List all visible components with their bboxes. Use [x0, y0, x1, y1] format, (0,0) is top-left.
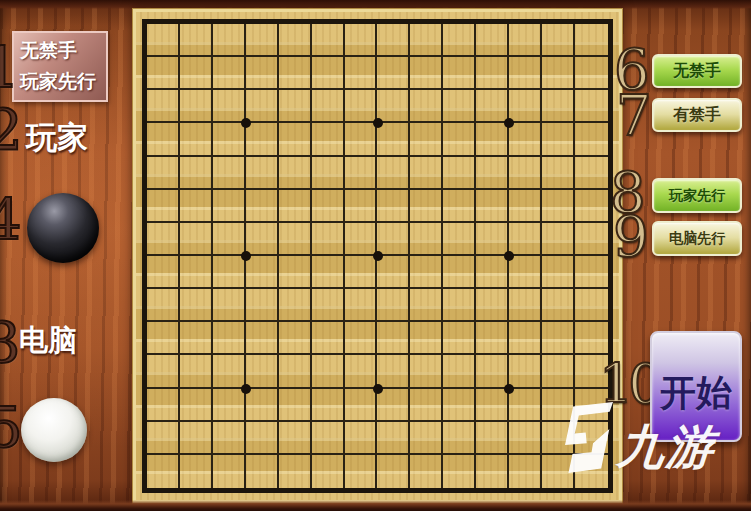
- star-point: [504, 118, 514, 128]
- computer-label: 电脑: [19, 321, 77, 361]
- computer-white-stone: [21, 398, 87, 462]
- player-label: 玩家: [26, 117, 88, 159]
- star-point: [241, 118, 251, 128]
- star-point: [241, 251, 251, 261]
- start-button-label: 开始: [660, 369, 732, 418]
- computer-first-button[interactable]: 电脑先行: [652, 221, 742, 256]
- annotation-number-7: 7: [616, 88, 652, 144]
- forbidden-moves-button[interactable]: 有禁手: [652, 98, 742, 132]
- start-button[interactable]: 开始: [650, 331, 742, 442]
- star-point: [241, 384, 251, 394]
- annotation-number-9: 9: [613, 209, 649, 265]
- annotation-number-10: 10: [599, 358, 658, 412]
- no-forbidden-moves-button[interactable]: 无禁手: [652, 54, 742, 88]
- annotation-number-4: 4: [0, 192, 22, 248]
- game-setup-screen: 无禁手 玩家先行 1 2 玩家 4 3 电脑 5 6 无禁手 7 有禁手 8 玩…: [0, 0, 751, 511]
- player-first-button[interactable]: 玩家先行: [652, 178, 742, 213]
- setting-forbidden-status: 无禁手: [20, 38, 100, 64]
- current-settings-callout: 无禁手 玩家先行: [12, 31, 108, 102]
- star-point: [373, 384, 383, 394]
- annotation-number-3: 3: [0, 315, 21, 371]
- star-point: [504, 251, 514, 261]
- annotation-number-1: 1: [0, 40, 20, 96]
- board-grid: [142, 19, 613, 493]
- annotation-number-2: 2: [0, 102, 23, 158]
- annotation-number-5: 5: [0, 400, 23, 456]
- table-edge-bottom: [0, 500, 751, 511]
- player-black-stone: [27, 193, 99, 263]
- star-point: [373, 118, 383, 128]
- gomoku-board: [132, 8, 623, 504]
- setting-first-move-status: 玩家先行: [20, 69, 100, 95]
- star-point: [373, 251, 383, 261]
- star-point: [504, 384, 514, 394]
